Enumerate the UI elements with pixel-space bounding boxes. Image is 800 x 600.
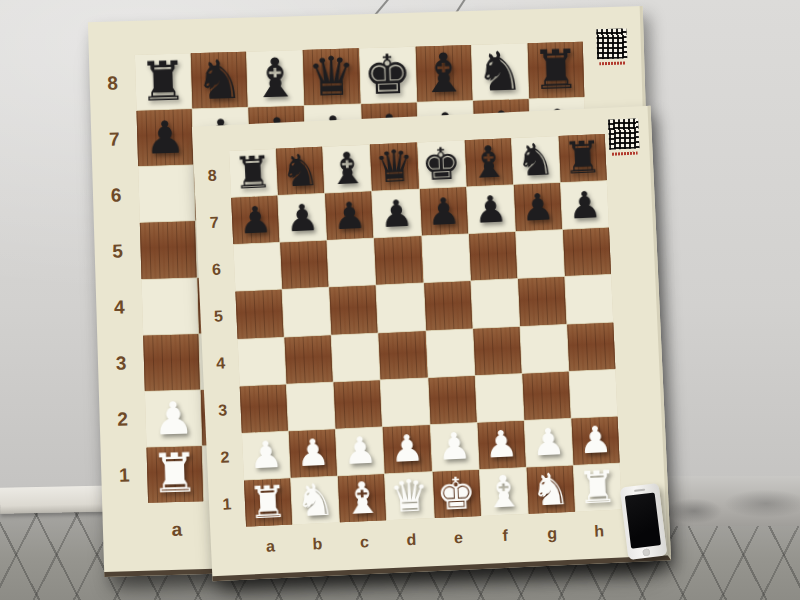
file-label-f: f [481, 514, 530, 558]
square-b2[interactable]: ♟ [289, 429, 337, 477]
rank-label-2: 2 [206, 433, 244, 482]
rank-label-7: 7 [91, 111, 139, 168]
qr-caption [599, 61, 625, 65]
piece-black-pawn-f7[interactable]: ♟ [473, 190, 508, 228]
piece-white-queen-d1[interactable]: ♛ [389, 473, 430, 519]
square-d1[interactable]: ♛ [385, 472, 433, 520]
piece-black-rook-h8[interactable]: ♜ [562, 135, 603, 181]
square-d5[interactable] [377, 284, 425, 332]
phone-screen[interactable] [625, 492, 661, 548]
rank-label-4: 4 [96, 279, 144, 336]
square-g4[interactable] [520, 324, 568, 372]
phone-earpiece [634, 489, 645, 492]
piece-black-bishop-f8[interactable]: ♝ [468, 139, 509, 185]
piece-white-pawn-h2[interactable]: ♟ [578, 421, 613, 459]
square-a5[interactable] [235, 290, 283, 338]
square-e2[interactable]: ♟ [430, 423, 478, 471]
phone-home-button[interactable] [642, 548, 650, 556]
rank-label-2: 2 [99, 391, 147, 448]
square-b5[interactable] [283, 288, 331, 336]
square-f2[interactable]: ♟ [477, 421, 525, 469]
square-d3[interactable] [381, 378, 429, 426]
square-g7[interactable]: ♟ [514, 183, 562, 231]
square-d4[interactable] [379, 331, 427, 379]
square-f3[interactable] [475, 374, 523, 422]
board-grid: ♜♞♝♛♚♝♞♜♟♟♟♟♟♟♟♟♟♟♟♟♟♟♟♟♜♞♝♛♚♝♞♜ [229, 134, 622, 527]
square-f1[interactable]: ♝ [479, 468, 527, 516]
square-e3[interactable] [428, 376, 476, 424]
piece-black-pawn-a7[interactable]: ♟ [238, 201, 273, 239]
square-g1[interactable]: ♞ [526, 466, 574, 514]
square-f8[interactable]: ♝ [415, 45, 472, 102]
square-f7[interactable]: ♟ [467, 185, 515, 233]
rank-label-1: 1 [208, 480, 246, 529]
rank-label-3: 3 [204, 386, 242, 435]
piece-black-pawn-d7[interactable]: ♟ [379, 194, 414, 232]
square-d8[interactable]: ♛ [370, 142, 418, 190]
file-label-h: h [575, 510, 624, 554]
square-f8[interactable]: ♝ [464, 138, 512, 186]
square-c8[interactable]: ♝ [247, 50, 304, 107]
piece-black-king-e8[interactable]: ♚ [363, 47, 413, 102]
file-label-a: a [148, 501, 206, 559]
piece-white-pawn-a2[interactable]: ♟ [249, 436, 284, 474]
piece-black-pawn-b7[interactable]: ♟ [285, 199, 320, 237]
file-label-c: c [340, 520, 389, 564]
square-a8[interactable]: ♜ [135, 53, 192, 110]
piece-black-queen-d8[interactable]: ♛ [374, 144, 415, 190]
square-h7[interactable]: ♟ [561, 181, 609, 229]
qr-caption [612, 151, 638, 155]
square-f5[interactable] [471, 279, 519, 327]
piece-white-rook-a1[interactable]: ♜ [247, 480, 288, 526]
piece-white-knight-b1[interactable]: ♞ [294, 478, 335, 524]
piece-black-bishop-f8[interactable]: ♝ [419, 46, 469, 101]
square-f6[interactable] [469, 232, 517, 280]
piece-black-bishop-c8[interactable]: ♝ [250, 51, 300, 106]
piece-black-queen-d8[interactable]: ♛ [307, 49, 357, 104]
square-g8[interactable]: ♞ [512, 136, 560, 184]
square-a4[interactable] [238, 337, 286, 385]
piece-black-pawn-c7[interactable]: ♟ [332, 197, 367, 235]
piece-white-bishop-c1[interactable]: ♝ [342, 475, 383, 521]
piece-white-pawn-b2[interactable]: ♟ [296, 434, 331, 472]
square-a2[interactable]: ♟ [242, 431, 290, 479]
piece-black-pawn-h7[interactable]: ♟ [567, 186, 602, 224]
piece-white-pawn-e2[interactable]: ♟ [437, 428, 472, 466]
square-c8[interactable]: ♝ [323, 145, 371, 193]
square-a6[interactable] [138, 166, 195, 223]
piece-white-pawn-d2[interactable]: ♟ [390, 430, 425, 468]
square-e4[interactable] [426, 329, 474, 377]
piece-white-pawn-g2[interactable]: ♟ [531, 423, 566, 461]
square-b4[interactable] [285, 335, 333, 383]
demo-chessboard-small: 87654321 abcdefgh ♜♞♝♛♚♝♞♜♟♟♟♟♟♟♟♟♟♟♟♟♟♟… [192, 106, 671, 581]
qr-code-icon [596, 28, 627, 59]
square-e1[interactable]: ♚ [432, 470, 480, 518]
rank-label-8: 8 [89, 55, 137, 112]
square-h3[interactable] [569, 369, 617, 417]
rank-label-1: 1 [101, 447, 149, 504]
square-a1[interactable]: ♜ [244, 478, 292, 526]
square-b3[interactable] [287, 382, 335, 430]
piece-white-knight-g1[interactable]: ♞ [530, 467, 571, 513]
square-h6[interactable] [563, 228, 611, 276]
piece-white-rook-h1[interactable]: ♜ [577, 465, 618, 511]
rank-label-3: 3 [97, 335, 145, 392]
piece-black-pawn-e7[interactable]: ♟ [426, 192, 461, 230]
square-h1[interactable]: ♜ [574, 463, 622, 511]
square-c1[interactable]: ♝ [338, 474, 386, 522]
square-e6[interactable] [422, 234, 470, 282]
square-a3[interactable] [240, 384, 288, 432]
square-c5[interactable] [330, 286, 378, 334]
square-g8[interactable]: ♞ [471, 43, 528, 100]
square-h8[interactable]: ♜ [559, 134, 607, 182]
piece-white-bishop-f1[interactable]: ♝ [483, 469, 524, 515]
piece-black-rook-a8[interactable]: ♜ [232, 150, 273, 196]
square-a3[interactable] [143, 334, 200, 391]
square-a4[interactable] [142, 278, 199, 335]
square-a7[interactable]: ♟ [137, 109, 194, 166]
square-h8[interactable]: ♜ [528, 42, 585, 99]
square-b8[interactable]: ♞ [191, 52, 248, 109]
piece-black-knight-g8[interactable]: ♞ [515, 137, 556, 183]
square-d2[interactable]: ♟ [383, 425, 431, 473]
square-c7[interactable]: ♟ [325, 192, 373, 240]
square-b1[interactable]: ♞ [291, 476, 339, 524]
square-e8[interactable]: ♚ [359, 47, 416, 104]
piece-black-knight-g8[interactable]: ♞ [475, 44, 525, 99]
rank-label-6: 6 [197, 245, 235, 294]
square-c3[interactable] [334, 380, 382, 428]
square-d7[interactable]: ♟ [372, 190, 420, 238]
square-e8[interactable]: ♚ [417, 140, 465, 188]
rank-label-5: 5 [199, 292, 237, 341]
piece-black-knight-b8[interactable]: ♞ [194, 52, 244, 107]
square-a7[interactable]: ♟ [231, 196, 279, 244]
square-a5[interactable] [140, 222, 197, 279]
square-f4[interactable] [473, 327, 521, 375]
piece-white-pawn-c2[interactable]: ♟ [343, 432, 378, 470]
rank-label-4: 4 [202, 339, 240, 388]
square-a6[interactable] [233, 243, 281, 291]
square-g6[interactable] [516, 230, 564, 278]
square-h5[interactable] [565, 275, 613, 323]
square-d8[interactable]: ♛ [303, 48, 360, 105]
square-g2[interactable]: ♟ [524, 419, 572, 467]
piece-black-knight-b8[interactable]: ♞ [280, 148, 321, 194]
file-label-e: e [434, 516, 483, 560]
square-b8[interactable]: ♞ [276, 147, 324, 195]
rank-label-8: 8 [193, 151, 231, 200]
square-b6[interactable] [280, 241, 328, 289]
square-a8[interactable]: ♜ [229, 149, 277, 197]
square-c6[interactable] [327, 239, 375, 287]
square-a2[interactable]: ♟ [145, 390, 202, 447]
square-d6[interactable] [375, 237, 423, 285]
square-h4[interactable] [567, 322, 615, 370]
square-e7[interactable]: ♟ [420, 187, 468, 235]
rank-label-6: 6 [92, 167, 140, 224]
piece-black-pawn-a7[interactable]: ♟ [144, 115, 186, 161]
piece-black-pawn-g7[interactable]: ♟ [520, 188, 555, 226]
piece-black-rook-h8[interactable]: ♜ [531, 42, 581, 97]
file-label-a: a [246, 524, 295, 568]
piece-black-bishop-c8[interactable]: ♝ [327, 146, 368, 192]
square-e5[interactable] [424, 282, 472, 330]
square-g3[interactable] [522, 371, 570, 419]
square-a1[interactable]: ♜ [147, 446, 204, 503]
square-b7[interactable]: ♟ [278, 194, 326, 242]
piece-white-pawn-a2[interactable]: ♟ [152, 395, 194, 441]
file-label-g: g [528, 512, 577, 556]
piece-white-rook-a1[interactable]: ♜ [150, 447, 200, 502]
square-g5[interactable] [518, 277, 566, 325]
rank-label-5: 5 [94, 223, 142, 280]
square-c2[interactable]: ♟ [336, 427, 384, 475]
file-label-d: d [387, 518, 436, 562]
square-h2[interactable]: ♟ [571, 416, 619, 464]
qr-code-icon [608, 118, 639, 149]
piece-black-rook-a8[interactable]: ♜ [138, 54, 188, 109]
piece-white-pawn-f2[interactable]: ♟ [484, 426, 519, 464]
rank-label-7: 7 [195, 198, 233, 247]
file-label-b: b [293, 522, 342, 566]
square-c4[interactable] [332, 333, 380, 381]
piece-white-king-e1[interactable]: ♚ [436, 471, 477, 517]
piece-black-king-e8[interactable]: ♚ [421, 142, 462, 188]
